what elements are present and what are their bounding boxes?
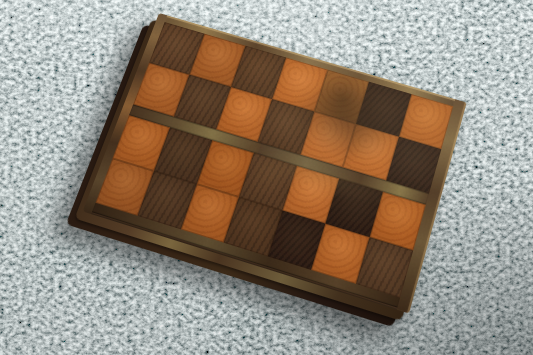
photo-scene	[0, 0, 533, 355]
